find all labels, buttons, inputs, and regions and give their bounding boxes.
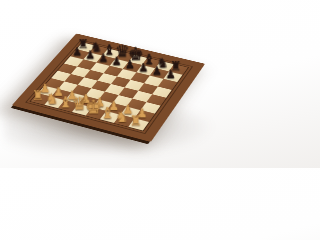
white-pawn: ♟	[53, 86, 64, 98]
black-knight: ♞	[156, 56, 168, 70]
square-e5	[111, 76, 130, 87]
white-bishop: ♝	[59, 94, 73, 109]
black-rook: ♜	[170, 60, 182, 73]
photo-scene: ♜♞♝♛♚♝♞♜♟♟♟♟♟♟♟♟♟♟♟♟♟♟♟♟♜♞♝♛♚♝♞♜	[0, 0, 228, 168]
black-rook: ♜	[78, 38, 89, 51]
